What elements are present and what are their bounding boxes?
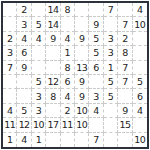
- cell-r9c1-clue: 11: [3, 118, 17, 132]
- cell-r4c7-clue: 5: [89, 46, 103, 60]
- cell-r8c6-clue: 10: [75, 104, 89, 118]
- cell-r2c7-clue: 9: [89, 17, 103, 31]
- cell-r3c7-clue: 5: [89, 32, 103, 46]
- cell-r7c2-empty[interactable]: [17, 89, 31, 103]
- cell-r1c1-empty[interactable]: [3, 3, 17, 17]
- cell-r10c9-empty[interactable]: [118, 133, 132, 147]
- cell-r9c2-clue: 12: [17, 118, 31, 132]
- cell-r8c4-empty[interactable]: [46, 104, 60, 118]
- cell-r7c5-clue: 4: [61, 89, 75, 103]
- cell-r3c1-clue: 2: [3, 32, 17, 46]
- cell-r7c4-clue: 8: [46, 89, 60, 103]
- cell-r6c1-empty[interactable]: [3, 75, 17, 89]
- cell-r4c5-clue: 1: [61, 46, 75, 60]
- cell-r1c5-clue: 8: [61, 3, 75, 17]
- cell-r10c1-clue: 1: [3, 133, 17, 147]
- cell-r7c3-clue: 3: [32, 89, 46, 103]
- cell-r9c3-clue: 10: [32, 118, 46, 132]
- cell-r1c6-empty[interactable]: [75, 3, 89, 17]
- cell-r6c9-clue: 7: [118, 75, 132, 89]
- cell-r2c4-clue: 14: [46, 17, 60, 31]
- cell-r2c2-clue: 3: [17, 17, 31, 31]
- cell-r3c6-clue: 9: [75, 32, 89, 46]
- cell-r2c1-empty[interactable]: [3, 17, 17, 31]
- cell-r6c4-clue: 12: [46, 75, 60, 89]
- cell-r3c9-clue: 2: [118, 32, 132, 46]
- cell-r3c2-clue: 4: [17, 32, 31, 46]
- cell-r10c3-clue: 1: [32, 133, 46, 147]
- cell-r5c4-empty[interactable]: [46, 61, 60, 75]
- cell-r8c3-clue: 3: [32, 104, 46, 118]
- cell-r6c7-empty[interactable]: [89, 75, 103, 89]
- cell-r10c5-empty[interactable]: [61, 133, 75, 147]
- cell-r5c3-empty[interactable]: [32, 61, 46, 75]
- cell-r4c3-empty[interactable]: [32, 46, 46, 60]
- cell-r1c9-empty[interactable]: [118, 3, 132, 17]
- cell-r5c9-clue: 7: [118, 61, 132, 75]
- cell-r5c2-clue: 9: [17, 61, 31, 75]
- cell-r2c5-empty[interactable]: [61, 17, 75, 31]
- cell-r7c6-clue: 9: [75, 89, 89, 103]
- cell-r4c8-clue: 3: [104, 46, 118, 60]
- cell-r3c10-empty[interactable]: [133, 32, 147, 46]
- cell-r10c4-empty[interactable]: [46, 133, 60, 147]
- cell-r7c1-empty[interactable]: [3, 89, 17, 103]
- cell-r9c4-clue: 17: [46, 118, 60, 132]
- cell-r9c7-empty[interactable]: [89, 118, 103, 132]
- cell-r2c10-clue: 10: [133, 17, 147, 31]
- cell-r1c2-clue: 2: [17, 3, 31, 17]
- cell-r6c2-empty[interactable]: [17, 75, 31, 89]
- cell-r3c3-clue: 4: [32, 32, 46, 46]
- cell-r6c8-clue: 5: [104, 75, 118, 89]
- cell-r10c2-clue: 4: [17, 133, 31, 147]
- cell-r7c7-clue: 3: [89, 89, 103, 103]
- cell-r10c10-clue: 10: [133, 133, 147, 147]
- cell-r8c9-clue: 9: [118, 104, 132, 118]
- cell-r5c8-clue: 1: [104, 61, 118, 75]
- cell-r2c9-clue: 7: [118, 17, 132, 31]
- cell-r9c6-clue: 10: [75, 118, 89, 132]
- cell-r3c4-clue: 9: [46, 32, 60, 46]
- cell-r4c9-clue: 8: [118, 46, 132, 60]
- cell-r8c2-clue: 5: [17, 104, 31, 118]
- cell-r2c6-empty[interactable]: [75, 17, 89, 31]
- cell-r4c1-clue: 3: [3, 46, 17, 60]
- cell-r10c7-clue: 7: [89, 133, 103, 147]
- cell-r2c3-clue: 5: [32, 17, 46, 31]
- cell-r6c5-clue: 6: [61, 75, 75, 89]
- cell-r6c6-clue: 9: [75, 75, 89, 89]
- cell-r10c6-empty[interactable]: [75, 133, 89, 147]
- cell-r9c8-empty[interactable]: [104, 118, 118, 132]
- cell-r4c4-empty[interactable]: [46, 46, 60, 60]
- cell-r1c10-clue: 4: [133, 3, 147, 17]
- cell-r3c5-clue: 4: [61, 32, 75, 46]
- cell-r8c10-clue: 4: [133, 104, 147, 118]
- cell-r8c8-empty[interactable]: [104, 104, 118, 118]
- cell-r1c7-empty[interactable]: [89, 3, 103, 17]
- cell-r7c9-empty[interactable]: [118, 89, 132, 103]
- cell-r4c2-clue: 6: [17, 46, 31, 60]
- cell-r5c7-clue: 6: [89, 61, 103, 75]
- puzzle-board: 2148743514971024494953236153879813617512…: [1, 1, 149, 149]
- cell-r1c8-clue: 7: [104, 3, 118, 17]
- cell-r9c10-empty[interactable]: [133, 118, 147, 132]
- cell-r4c6-empty[interactable]: [75, 46, 89, 60]
- cell-r5c1-clue: 7: [3, 61, 17, 75]
- cell-r9c5-clue: 11: [61, 118, 75, 132]
- cell-r5c10-empty[interactable]: [133, 61, 147, 75]
- cell-r4c10-empty[interactable]: [133, 46, 147, 60]
- cell-r1c3-empty[interactable]: [32, 3, 46, 17]
- cell-r8c7-clue: 4: [89, 104, 103, 118]
- cell-r1c4-clue: 14: [46, 3, 60, 17]
- cell-r8c1-clue: 4: [3, 104, 17, 118]
- cell-r7c8-clue: 5: [104, 89, 118, 103]
- cell-r7c10-clue: 6: [133, 89, 147, 103]
- cell-r6c10-clue: 5: [133, 75, 147, 89]
- cell-r9c9-clue: 15: [118, 118, 132, 132]
- cell-r5c5-clue: 8: [61, 61, 75, 75]
- cell-r5c6-clue: 13: [75, 61, 89, 75]
- cell-r3c8-clue: 3: [104, 32, 118, 46]
- cell-r10c8-empty[interactable]: [104, 133, 118, 147]
- cell-r8c5-clue: 2: [61, 104, 75, 118]
- cell-r2c8-empty[interactable]: [104, 17, 118, 31]
- puzzle-page: 2148743514971024494953236153879813617512…: [0, 0, 150, 150]
- cell-r6c3-clue: 5: [32, 75, 46, 89]
